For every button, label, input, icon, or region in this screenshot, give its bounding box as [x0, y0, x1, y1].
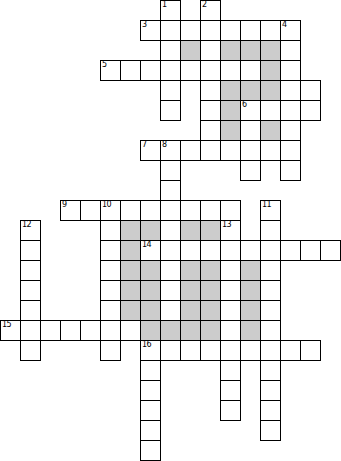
cell-r13c5[interactable] — [100, 260, 121, 281]
cell-r20c11[interactable] — [220, 400, 241, 421]
cell-r15c5[interactable] — [100, 300, 121, 321]
cell-r22c7[interactable] — [140, 440, 161, 461]
cell-r3c6[interactable] — [120, 60, 141, 81]
cell-r8c14[interactable] — [280, 160, 301, 181]
cell-r16c2[interactable] — [40, 320, 61, 341]
cell-r12c9[interactable] — [180, 240, 201, 261]
clue-number-8: 8 — [162, 140, 167, 149]
cell-r2c8[interactable] — [160, 40, 181, 61]
shaded-cell-r15c7 — [140, 300, 161, 321]
shaded-cell-r2c12 — [240, 40, 261, 61]
clue-number-5: 5 — [102, 60, 107, 69]
cell-r3c14[interactable] — [280, 60, 301, 81]
cell-r1c11[interactable] — [220, 20, 241, 41]
cell-r5c8[interactable] — [160, 100, 181, 121]
cell-r12c16[interactable] — [320, 240, 341, 261]
clue-number-4: 4 — [282, 20, 287, 29]
cell-r10c7[interactable] — [140, 200, 161, 221]
cell-r10c9[interactable] — [180, 200, 201, 221]
cell-r17c13[interactable] — [260, 340, 281, 361]
cell-r6c14[interactable] — [280, 120, 301, 141]
cell-r15c11[interactable] — [220, 300, 241, 321]
cell-r0c10[interactable]: 2 — [200, 0, 221, 21]
crossword-board: 12345678910111213141516 — [0, 0, 341, 461]
cell-r18c11[interactable] — [220, 360, 241, 381]
cell-r8c8[interactable] — [160, 160, 181, 181]
cell-r7c12[interactable] — [240, 140, 261, 161]
cell-r20c7[interactable] — [140, 400, 161, 421]
cell-r14c5[interactable] — [100, 280, 121, 301]
cell-r11c1[interactable]: 12 — [20, 220, 41, 241]
cell-r18c7[interactable] — [140, 360, 161, 381]
cell-r7c11[interactable] — [220, 140, 241, 161]
cell-r5c13[interactable] — [260, 100, 281, 121]
cell-r20c13[interactable] — [260, 400, 281, 421]
cell-r13c1[interactable] — [20, 260, 41, 281]
clue-number-15: 15 — [2, 320, 11, 329]
clue-number-16: 16 — [142, 340, 151, 349]
cell-r16c3[interactable] — [60, 320, 81, 341]
shaded-cell-r11c6 — [120, 220, 141, 241]
cell-r17c9[interactable] — [180, 340, 201, 361]
cell-r10c13[interactable]: 11 — [260, 200, 281, 221]
cell-r17c8[interactable] — [160, 340, 181, 361]
shaded-cell-r4c12 — [240, 80, 261, 101]
cell-r12c15[interactable] — [300, 240, 321, 261]
cell-r12c5[interactable] — [100, 240, 121, 261]
shaded-cell-r14c12 — [240, 280, 261, 301]
shaded-cell-r14c9 — [180, 280, 201, 301]
shaded-cell-r4c13 — [260, 80, 281, 101]
cell-r7c9[interactable] — [180, 140, 201, 161]
cell-r16c0[interactable]: 15 — [0, 320, 21, 341]
shaded-cell-r15c12 — [240, 300, 261, 321]
cell-r1c7[interactable]: 3 — [140, 20, 161, 41]
cell-r14c8[interactable] — [160, 280, 181, 301]
cell-r5c10[interactable] — [200, 100, 221, 121]
shaded-cell-r4c11 — [220, 80, 241, 101]
cell-r11c13[interactable] — [260, 220, 281, 241]
cell-r7c14[interactable] — [280, 140, 301, 161]
shaded-cell-r16c9 — [180, 320, 201, 341]
cell-r14c1[interactable] — [20, 280, 41, 301]
cell-r3c5[interactable]: 5 — [100, 60, 121, 81]
cell-r12c13[interactable] — [260, 240, 281, 261]
cell-r12c1[interactable] — [20, 240, 41, 261]
cell-r3c7[interactable] — [140, 60, 161, 81]
cell-r19c13[interactable] — [260, 380, 281, 401]
cell-r3c11[interactable] — [220, 60, 241, 81]
cell-r12c10[interactable] — [200, 240, 221, 261]
cell-r1c13[interactable] — [260, 20, 281, 41]
shaded-cell-r3c13 — [260, 60, 281, 81]
cell-r17c15[interactable] — [300, 340, 321, 361]
shaded-cell-r14c7 — [140, 280, 161, 301]
clue-number-2: 2 — [202, 0, 207, 9]
cell-r21c7[interactable] — [140, 420, 161, 441]
shaded-cell-r11c9 — [180, 220, 201, 241]
cell-r11c8[interactable] — [160, 220, 181, 241]
shaded-cell-r14c10 — [200, 280, 221, 301]
cell-r17c14[interactable] — [280, 340, 301, 361]
cell-r19c7[interactable] — [140, 380, 161, 401]
cell-r6c10[interactable] — [200, 120, 221, 141]
shaded-cell-r15c6 — [120, 300, 141, 321]
cell-r10c5[interactable]: 10 — [100, 200, 121, 221]
cell-r14c11[interactable] — [220, 280, 241, 301]
cell-r0c8[interactable]: 1 — [160, 0, 181, 21]
cell-r1c12[interactable] — [240, 20, 261, 41]
cell-r8c12[interactable] — [240, 160, 261, 181]
cell-r12c8[interactable] — [160, 240, 181, 261]
shaded-cell-r16c12 — [240, 320, 261, 341]
shaded-cell-r16c7 — [140, 320, 161, 341]
shaded-cell-r2c9 — [180, 40, 201, 61]
clue-number-9: 9 — [62, 200, 67, 209]
cell-r10c6[interactable] — [120, 200, 141, 221]
shaded-cell-r13c9 — [180, 260, 201, 281]
cell-r17c12[interactable] — [240, 340, 261, 361]
shaded-cell-r16c10 — [200, 320, 221, 341]
cell-r7c13[interactable] — [260, 140, 281, 161]
cell-r17c10[interactable] — [200, 340, 221, 361]
cell-r1c9[interactable] — [180, 20, 201, 41]
cell-r2c10[interactable] — [200, 40, 221, 61]
cell-r13c13[interactable] — [260, 260, 281, 281]
cell-r14c13[interactable] — [260, 280, 281, 301]
cell-r4c14[interactable] — [280, 80, 301, 101]
clue-number-12: 12 — [22, 220, 31, 229]
cell-r3c10[interactable] — [200, 60, 221, 81]
cell-r6c12[interactable] — [240, 120, 261, 141]
cell-r16c6[interactable] — [120, 320, 141, 341]
cell-r7c10[interactable] — [200, 140, 221, 161]
shaded-cell-r16c8 — [160, 320, 181, 341]
shaded-cell-r14c6 — [120, 280, 141, 301]
clue-number-13: 13 — [222, 220, 231, 229]
clue-number-6: 6 — [242, 100, 247, 109]
clue-number-11: 11 — [262, 200, 271, 209]
cell-r5c15[interactable] — [300, 100, 321, 121]
shaded-cell-r6c11 — [220, 120, 241, 141]
cell-r3c12[interactable] — [240, 60, 261, 81]
cell-r16c1[interactable] — [20, 320, 41, 341]
shaded-cell-r13c10 — [200, 260, 221, 281]
cell-r4c8[interactable] — [160, 80, 181, 101]
cell-r16c5[interactable] — [100, 320, 121, 341]
shaded-cell-r6c13 — [260, 120, 281, 141]
clue-number-14: 14 — [142, 240, 151, 249]
cell-r15c8[interactable] — [160, 300, 181, 321]
shaded-cell-r2c13 — [260, 40, 281, 61]
cell-r19c11[interactable] — [220, 380, 241, 401]
shaded-cell-r5c11 — [220, 100, 241, 121]
cell-r4c10[interactable] — [200, 80, 221, 101]
clue-number-1: 1 — [162, 0, 167, 9]
cell-r15c13[interactable] — [260, 300, 281, 321]
cell-r17c1[interactable] — [20, 340, 41, 361]
shaded-cell-r15c10 — [200, 300, 221, 321]
cell-r16c4[interactable] — [80, 320, 101, 341]
cell-r5c12[interactable]: 6 — [240, 100, 261, 121]
cell-r7c7[interactable]: 7 — [140, 140, 161, 161]
cell-r16c11[interactable] — [220, 320, 241, 341]
cell-r5c14[interactable] — [280, 100, 301, 121]
cell-r10c8[interactable] — [160, 200, 181, 221]
shaded-cell-r11c7 — [140, 220, 161, 241]
clue-number-3: 3 — [142, 20, 147, 29]
shaded-cell-r15c9 — [180, 300, 201, 321]
cell-r17c11[interactable] — [220, 340, 241, 361]
cell-r21c13[interactable] — [260, 420, 281, 441]
cell-r10c4[interactable] — [80, 200, 101, 221]
shaded-cell-r13c6 — [120, 260, 141, 281]
cell-r1c10[interactable] — [200, 20, 221, 41]
cell-r18c13[interactable] — [260, 360, 281, 381]
cell-r9c8[interactable] — [160, 180, 181, 201]
cell-r13c11[interactable] — [220, 260, 241, 281]
cell-r10c11[interactable] — [220, 200, 241, 221]
cell-r17c7[interactable]: 16 — [140, 340, 161, 361]
cell-r10c10[interactable] — [200, 200, 221, 221]
cell-r13c8[interactable] — [160, 260, 181, 281]
cell-r16c13[interactable] — [260, 320, 281, 341]
cell-r15c1[interactable] — [20, 300, 41, 321]
cell-r11c5[interactable] — [100, 220, 121, 241]
clue-number-10: 10 — [102, 200, 111, 209]
cell-r10c3[interactable]: 9 — [60, 200, 81, 221]
cell-r1c14[interactable]: 4 — [280, 20, 301, 41]
cell-r12c7[interactable]: 14 — [140, 240, 161, 261]
cell-r1c8[interactable] — [160, 20, 181, 41]
cell-r12c12[interactable] — [240, 240, 261, 261]
shaded-cell-r11c10 — [200, 220, 221, 241]
clue-number-7: 7 — [142, 140, 147, 149]
cell-r17c5[interactable] — [100, 340, 121, 361]
shaded-cell-r13c7 — [140, 260, 161, 281]
cell-r2c14[interactable] — [280, 40, 301, 61]
cell-r12c14[interactable] — [280, 240, 301, 261]
cell-r12c11[interactable] — [220, 240, 241, 261]
cell-r3c9[interactable] — [180, 60, 201, 81]
cell-r4c15[interactable] — [300, 80, 321, 101]
shaded-cell-r12c6 — [120, 240, 141, 261]
cell-r3c8[interactable] — [160, 60, 181, 81]
cell-r7c8[interactable]: 8 — [160, 140, 181, 161]
shaded-cell-r2c11 — [220, 40, 241, 61]
cell-r11c11[interactable]: 13 — [220, 220, 241, 241]
shaded-cell-r13c12 — [240, 260, 261, 281]
